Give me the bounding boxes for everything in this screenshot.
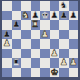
square-g5[interactable] (59, 30, 69, 40)
square-h4[interactable] (69, 39, 79, 49)
square-a7[interactable] (2, 11, 12, 21)
board-frame: ♞♞♟♚♟♟♟♟♜♟♟♟♟♜♟♟♚ (0, 0, 80, 80)
square-d3[interactable] (31, 49, 41, 59)
piece-black-pawn[interactable]: ♟ (50, 11, 58, 20)
square-e6[interactable] (40, 20, 50, 30)
square-d1[interactable] (31, 68, 41, 78)
square-g2[interactable]: ♟ (59, 58, 69, 68)
square-e1[interactable] (40, 68, 50, 78)
square-h5[interactable] (69, 30, 79, 40)
square-a6[interactable] (2, 20, 12, 30)
square-b6[interactable]: ♟ (12, 20, 22, 30)
square-d6[interactable]: ♜ (31, 20, 41, 30)
square-h7[interactable]: ♟ (69, 11, 79, 21)
piece-black-pawn[interactable]: ♟ (12, 20, 20, 29)
piece-black-rook[interactable]: ♜ (12, 58, 20, 67)
square-c3[interactable] (21, 49, 31, 59)
piece-white-king[interactable]: ♚ (50, 68, 58, 77)
square-g4[interactable] (59, 39, 69, 49)
square-g6[interactable] (59, 20, 69, 30)
square-g1[interactable] (59, 68, 69, 78)
square-e3[interactable] (40, 49, 50, 59)
square-f4[interactable] (50, 39, 60, 49)
square-b3[interactable] (12, 49, 22, 59)
square-a3[interactable] (2, 49, 12, 59)
square-d4[interactable] (31, 39, 41, 49)
square-b5[interactable] (12, 30, 22, 40)
square-f6[interactable] (50, 20, 60, 30)
piece-black-knight[interactable]: ♞ (60, 1, 68, 10)
square-c6[interactable] (21, 20, 31, 30)
square-c1[interactable] (21, 68, 31, 78)
square-b7[interactable] (12, 11, 22, 21)
piece-white-pawn[interactable]: ♟ (41, 30, 49, 39)
square-e2[interactable] (40, 58, 50, 68)
square-f1[interactable]: ♚ (50, 68, 60, 78)
piece-white-pawn[interactable]: ♟ (69, 58, 77, 67)
square-a8[interactable] (2, 1, 12, 11)
square-a2[interactable] (2, 58, 12, 68)
square-a4[interactable]: ♟ (2, 39, 12, 49)
square-b1[interactable] (12, 68, 22, 78)
piece-black-pawn[interactable]: ♟ (69, 11, 77, 20)
square-f5[interactable] (50, 30, 60, 40)
square-e7[interactable]: ♚ (40, 11, 50, 21)
square-f8[interactable] (50, 1, 60, 11)
square-c5[interactable] (21, 30, 31, 40)
piece-white-pawn[interactable]: ♟ (3, 39, 11, 48)
square-g7[interactable]: ♟ (59, 11, 69, 21)
piece-white-knight[interactable]: ♞ (22, 11, 30, 20)
square-f3[interactable]: ♟ (50, 49, 60, 59)
square-b8[interactable] (12, 1, 22, 11)
square-h2[interactable]: ♟ (69, 58, 79, 68)
piece-black-king[interactable]: ♚ (41, 11, 49, 20)
square-d7[interactable]: ♟ (31, 11, 41, 21)
square-a5[interactable]: ♟ (2, 30, 12, 40)
piece-black-pawn[interactable]: ♟ (3, 30, 11, 39)
square-h3[interactable] (69, 49, 79, 59)
square-b2[interactable]: ♜ (12, 58, 22, 68)
square-c7[interactable]: ♞ (21, 11, 31, 21)
square-a1[interactable] (2, 68, 12, 78)
square-f7[interactable]: ♟ (50, 11, 60, 21)
square-f2[interactable] (50, 58, 60, 68)
square-d2[interactable] (31, 58, 41, 68)
piece-black-pawn[interactable]: ♟ (60, 11, 68, 20)
square-g3[interactable] (59, 49, 69, 59)
square-b4[interactable] (12, 39, 22, 49)
square-g8[interactable]: ♞ (59, 1, 69, 11)
square-h8[interactable] (69, 1, 79, 11)
square-h1[interactable] (69, 68, 79, 78)
square-d5[interactable] (31, 30, 41, 40)
chess-board: ♞♞♟♚♟♟♟♟♜♟♟♟♟♜♟♟♚ (2, 1, 78, 77)
square-c2[interactable] (21, 58, 31, 68)
square-e8[interactable] (40, 1, 50, 11)
piece-black-pawn[interactable]: ♟ (31, 11, 39, 20)
square-c8[interactable] (21, 1, 31, 11)
square-e4[interactable] (40, 39, 50, 49)
square-d8[interactable] (31, 1, 41, 11)
square-h6[interactable] (69, 20, 79, 30)
piece-white-rook[interactable]: ♜ (31, 20, 39, 29)
square-c4[interactable] (21, 39, 31, 49)
piece-white-pawn[interactable]: ♟ (60, 58, 68, 67)
square-e5[interactable]: ♟ (40, 30, 50, 40)
piece-white-pawn[interactable]: ♟ (50, 49, 58, 58)
